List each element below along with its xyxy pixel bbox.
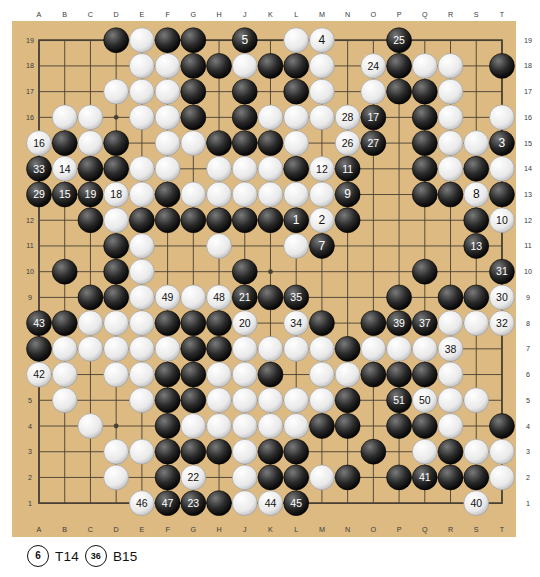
col-label-top: C xyxy=(88,10,93,19)
row-label-left: 18 xyxy=(26,61,34,70)
col-label-top: O xyxy=(371,10,377,19)
stone-B7-white xyxy=(52,336,77,361)
row-label-left: 19 xyxy=(26,36,34,45)
row-label-left: 12 xyxy=(26,216,34,225)
move-number-A8: 43 xyxy=(33,317,45,329)
stone-L19-white xyxy=(284,28,309,53)
stone-B6-white xyxy=(52,362,77,387)
stone-F6-black xyxy=(155,362,180,387)
stone-R15-white xyxy=(438,131,463,156)
stone-F13-black xyxy=(155,182,180,207)
stone-S8-white xyxy=(464,311,489,336)
stone-E17-white xyxy=(129,79,154,104)
stone-K15-black xyxy=(258,131,283,156)
col-label-bottom: L xyxy=(294,525,298,534)
stone-K18-black xyxy=(258,53,283,78)
stone-J2-white xyxy=(232,465,257,490)
stone-R8-white xyxy=(438,311,463,336)
stone-L3-black xyxy=(284,439,309,464)
move-number-N15: 26 xyxy=(342,137,354,149)
stone-H12-black xyxy=(207,208,232,233)
stone-L7-white xyxy=(284,336,309,361)
stone-R2-black xyxy=(438,465,463,490)
stone-E7-white xyxy=(129,336,154,361)
move-number-A14: 33 xyxy=(33,163,45,175)
stone-D14-black xyxy=(104,156,129,181)
move-number-E1: 46 xyxy=(136,497,148,509)
stone-F19-black xyxy=(155,28,180,53)
stone-R4-white xyxy=(438,414,463,439)
stone-F4-black xyxy=(155,414,180,439)
stone-R16-white xyxy=(438,105,463,130)
move-number-Q5: 50 xyxy=(419,394,431,406)
stone-G3-black xyxy=(181,439,206,464)
stone-Q7-white xyxy=(412,336,437,361)
stone-J13-white xyxy=(232,182,257,207)
stone-R17-white xyxy=(438,79,463,104)
stone-E11-white xyxy=(129,234,154,259)
move-number-L12: 1 xyxy=(293,213,300,227)
stone-K16-white xyxy=(258,105,283,130)
row-label-right: 6 xyxy=(526,370,530,379)
move-number-L1: 45 xyxy=(290,497,302,509)
stone-F15-white xyxy=(155,131,180,156)
col-label-bottom: B xyxy=(62,525,67,534)
stone-M6-white xyxy=(309,362,334,387)
stone-G5-black xyxy=(181,388,206,413)
stone-S9-black xyxy=(464,285,489,310)
stone-Q14-black xyxy=(412,156,437,181)
stone-P18-black xyxy=(387,53,412,78)
stone-K2-black xyxy=(258,465,283,490)
go-board[interactable]: AABBCCDDEEFFGGHHJJKKLLMMNNOOPPQQRRSSTT19… xyxy=(0,0,540,577)
stone-M16-white xyxy=(309,105,334,130)
stone-J5-white xyxy=(232,388,257,413)
move-number-T10: 31 xyxy=(496,265,508,277)
row-label-right: 5 xyxy=(526,396,530,405)
stone-G6-black xyxy=(181,362,206,387)
stone-E8-white xyxy=(129,311,154,336)
stone-G8-black xyxy=(181,311,206,336)
stone-N6-white xyxy=(335,362,360,387)
move-number-T8: 32 xyxy=(496,317,508,329)
stone-H4-white xyxy=(207,414,232,439)
stone-G19-black xyxy=(181,28,206,53)
stone-M4-black xyxy=(309,414,334,439)
move-number-P8: 39 xyxy=(393,317,405,329)
stone-L14-black xyxy=(284,156,309,181)
stone-E13-white xyxy=(129,182,154,207)
stone-K13-white xyxy=(258,182,283,207)
stone-G7-black xyxy=(181,336,206,361)
move-number-G1: 23 xyxy=(187,497,199,509)
go-diagram-screen: AABBCCDDEEFFGGHHJJKKLLMMNNOOPPQQRRSSTT19… xyxy=(0,0,540,577)
col-label-top: B xyxy=(62,10,67,19)
move-number-B13: 15 xyxy=(59,188,71,200)
col-label-bottom: S xyxy=(474,525,479,534)
col-label-top: T xyxy=(500,10,505,19)
col-label-top: F xyxy=(165,10,170,19)
stone-M13-white xyxy=(309,182,334,207)
stone-H1-black xyxy=(207,491,232,516)
stone-D12-white xyxy=(104,208,129,233)
col-label-bottom: E xyxy=(139,525,144,534)
move-number-A6: 42 xyxy=(33,368,45,380)
stone-K4-white xyxy=(258,414,283,439)
stone-D17-white xyxy=(104,79,129,104)
row-label-left: 4 xyxy=(28,422,32,431)
row-label-left: 16 xyxy=(26,113,34,122)
col-label-bottom: M xyxy=(319,525,325,534)
stone-J16-black xyxy=(232,105,257,130)
stone-Q3-white xyxy=(412,439,437,464)
row-label-right: 8 xyxy=(526,319,530,328)
move-number-B14: 14 xyxy=(59,163,71,175)
stone-M7-white xyxy=(309,336,334,361)
col-label-bottom: H xyxy=(216,525,221,534)
stone-G9-white xyxy=(181,285,206,310)
stone-L5-white xyxy=(284,388,309,413)
stone-G4-white xyxy=(181,414,206,439)
stone-D11-black xyxy=(104,234,129,259)
stone-H3-black xyxy=(207,439,232,464)
stone-T18-black xyxy=(490,53,515,78)
row-label-right: 18 xyxy=(524,61,532,70)
row-label-right: 10 xyxy=(524,267,532,276)
stone-J17-black xyxy=(232,79,257,104)
col-label-top: K xyxy=(268,10,273,19)
move-number-M12: 2 xyxy=(319,213,326,227)
stone-E16-white xyxy=(129,105,154,130)
stone-F17-white xyxy=(155,79,180,104)
star-point-D16 xyxy=(114,115,119,120)
stone-C7-white xyxy=(78,336,103,361)
stone-F2-black xyxy=(155,465,180,490)
stone-T3-white xyxy=(490,439,515,464)
row-label-left: 9 xyxy=(28,293,32,302)
move-number-M14: 12 xyxy=(316,163,328,175)
stone-K9-black xyxy=(258,285,283,310)
stone-K3-black xyxy=(258,439,283,464)
col-label-bottom: K xyxy=(268,525,273,534)
col-label-bottom: T xyxy=(500,525,505,534)
stone-F16-white xyxy=(155,105,180,130)
col-label-top: L xyxy=(294,10,298,19)
stone-D15-black xyxy=(104,131,129,156)
stone-T4-black xyxy=(490,414,515,439)
col-label-top: J xyxy=(243,10,247,19)
move-number-O18: 24 xyxy=(368,60,380,72)
stone-M17-white xyxy=(309,79,334,104)
stone-D10-black xyxy=(104,259,129,284)
stone-C15-white xyxy=(78,131,103,156)
move-number-N14: 11 xyxy=(342,163,353,175)
move-number-S13: 8 xyxy=(473,187,480,201)
stone-Q18-white xyxy=(412,53,437,78)
row-label-right: 13 xyxy=(524,190,532,199)
stone-L4-white xyxy=(284,414,309,439)
row-label-right: 17 xyxy=(524,87,532,96)
col-label-bottom: P xyxy=(397,525,402,534)
stone-B15-black xyxy=(52,131,77,156)
row-label-right: 14 xyxy=(524,164,532,173)
stone-F3-black xyxy=(155,439,180,464)
stone-H11-white xyxy=(207,234,232,259)
stone-E9-white xyxy=(129,285,154,310)
stone-L2-black xyxy=(284,465,309,490)
row-label-right: 4 xyxy=(526,422,530,431)
stone-L11-white xyxy=(284,234,309,259)
col-label-bottom: F xyxy=(165,525,170,534)
stone-H18-black xyxy=(207,53,232,78)
stone-H6-white xyxy=(207,362,232,387)
stone-G16-black xyxy=(181,105,206,130)
stone-F5-black xyxy=(155,388,180,413)
stone-E14-white xyxy=(129,156,154,181)
move-number-A15: 16 xyxy=(33,137,45,149)
col-label-bottom: C xyxy=(88,525,93,534)
stone-R5-white xyxy=(438,388,463,413)
col-label-top: H xyxy=(216,10,221,19)
stone-R13-black xyxy=(438,182,463,207)
stone-J18-white xyxy=(232,53,257,78)
caption-stone-36: 36 xyxy=(85,545,107,567)
stone-J1-white xyxy=(232,491,257,516)
row-label-right: 15 xyxy=(524,139,532,148)
row-label-left: 17 xyxy=(26,87,34,96)
move-caption: 6T1436B15 xyxy=(27,542,138,570)
move-number-M19: 4 xyxy=(319,33,326,47)
move-number-J9: 21 xyxy=(239,291,251,303)
stone-K12-black xyxy=(258,208,283,233)
row-label-left: 2 xyxy=(28,473,32,482)
move-number-H9: 48 xyxy=(213,291,225,303)
stone-R9-black xyxy=(438,285,463,310)
stone-S15-white xyxy=(464,131,489,156)
row-label-right: 1 xyxy=(526,499,530,508)
row-label-left: 11 xyxy=(26,241,33,250)
stone-G13-white xyxy=(181,182,206,207)
move-number-O15: 27 xyxy=(368,137,380,149)
col-label-bottom: O xyxy=(371,525,377,534)
row-label-right: 11 xyxy=(524,241,531,250)
stone-B8-black xyxy=(52,311,77,336)
col-label-top: S xyxy=(474,10,479,19)
stone-D19-black xyxy=(104,28,129,53)
row-label-left: 1 xyxy=(28,499,32,508)
move-number-A13: 29 xyxy=(33,188,45,200)
stone-S5-white xyxy=(464,388,489,413)
stone-Q17-black xyxy=(412,79,437,104)
stone-N4-black xyxy=(335,414,360,439)
move-number-S1: 40 xyxy=(470,497,482,509)
star-point-D4 xyxy=(114,424,119,429)
row-label-right: 7 xyxy=(526,344,530,353)
stone-L13-white xyxy=(284,182,309,207)
col-label-top: R xyxy=(448,10,453,19)
move-number-O16: 17 xyxy=(368,111,380,123)
col-label-top: P xyxy=(397,10,402,19)
move-number-Q8: 37 xyxy=(419,317,431,329)
stone-D3-white xyxy=(104,439,129,464)
col-label-bottom: J xyxy=(243,525,247,534)
row-label-left: 10 xyxy=(26,267,34,276)
stone-K7-white xyxy=(258,336,283,361)
stone-Q13-black xyxy=(412,182,437,207)
stone-G12-black xyxy=(181,208,206,233)
stone-Q6-black xyxy=(412,362,437,387)
move-number-P19: 25 xyxy=(393,34,405,46)
stone-N2-black xyxy=(335,465,360,490)
stone-T14-white xyxy=(490,156,515,181)
stone-O6-black xyxy=(361,362,386,387)
move-number-P5: 51 xyxy=(393,394,405,406)
stone-M2-white xyxy=(309,465,334,490)
stone-N7-black xyxy=(335,336,360,361)
move-number-C13: 19 xyxy=(85,188,97,200)
stone-C9-black xyxy=(78,285,103,310)
stone-B16-white xyxy=(52,105,77,130)
col-label-bottom: Q xyxy=(422,525,428,534)
move-number-F9: 49 xyxy=(162,291,174,303)
stone-B5-white xyxy=(52,388,77,413)
stone-M5-white xyxy=(309,388,334,413)
stone-G17-black xyxy=(181,79,206,104)
stone-E10-white xyxy=(129,259,154,284)
stone-S2-black xyxy=(464,465,489,490)
stone-J4-white xyxy=(232,414,257,439)
stone-R18-white xyxy=(438,53,463,78)
stone-C4-white xyxy=(78,414,103,439)
stone-F18-white xyxy=(155,53,180,78)
stone-H14-white xyxy=(207,156,232,181)
stone-P6-black xyxy=(387,362,412,387)
stone-T16-white xyxy=(490,105,515,130)
stone-P17-black xyxy=(387,79,412,104)
stone-R14-white xyxy=(438,156,463,181)
row-label-right: 19 xyxy=(524,36,532,45)
stone-D8-white xyxy=(104,311,129,336)
stone-A7-black xyxy=(27,336,52,361)
stone-J6-white xyxy=(232,362,257,387)
stone-C16-white xyxy=(78,105,103,130)
row-label-right: 12 xyxy=(524,216,532,225)
move-number-M11: 7 xyxy=(319,239,326,253)
stone-L15-white xyxy=(284,131,309,156)
stone-S12-black xyxy=(464,208,489,233)
stone-Q16-black xyxy=(412,105,437,130)
move-number-N16: 28 xyxy=(342,111,354,123)
stone-E5-white xyxy=(129,388,154,413)
stone-F7-white xyxy=(155,336,180,361)
col-label-top: D xyxy=(114,10,119,19)
col-label-bottom: N xyxy=(345,525,350,534)
move-number-D13: 18 xyxy=(110,188,122,200)
stone-J10-black xyxy=(232,259,257,284)
stone-P4-black xyxy=(387,414,412,439)
stone-H15-black xyxy=(207,131,232,156)
stone-L17-black xyxy=(284,79,309,104)
stone-J14-white xyxy=(232,156,257,181)
move-number-L9: 35 xyxy=(290,291,302,303)
stone-T2-white xyxy=(490,465,515,490)
stone-M8-black xyxy=(309,311,334,336)
move-number-G2: 22 xyxy=(187,471,199,483)
stone-C12-black xyxy=(78,208,103,233)
row-label-right: 2 xyxy=(526,473,530,482)
caption-stone-6: 6 xyxy=(27,545,49,567)
caption-point-T14: T14 xyxy=(55,549,79,564)
stone-P2-black xyxy=(387,465,412,490)
col-label-top: N xyxy=(345,10,350,19)
stone-D9-black xyxy=(104,285,129,310)
stone-E6-white xyxy=(129,362,154,387)
stone-R6-white xyxy=(438,362,463,387)
stone-O17-white xyxy=(361,79,386,104)
stone-O3-black xyxy=(361,439,386,464)
move-number-J8: 20 xyxy=(239,317,251,329)
col-label-top: M xyxy=(319,10,325,19)
row-label-right: 3 xyxy=(526,447,530,456)
col-label-top: G xyxy=(191,10,197,19)
stone-G18-black xyxy=(181,53,206,78)
stone-T13-black xyxy=(490,182,515,207)
stone-O8-black xyxy=(361,311,386,336)
move-number-F1: 47 xyxy=(162,497,174,509)
move-number-S11: 13 xyxy=(470,240,482,252)
stone-C8-white xyxy=(78,311,103,336)
move-number-K1: 44 xyxy=(265,497,277,509)
stone-K14-white xyxy=(258,156,283,181)
stone-H7-black xyxy=(207,336,232,361)
stone-E3-white xyxy=(129,439,154,464)
col-label-top: Q xyxy=(422,10,428,19)
row-label-right: 9 xyxy=(526,293,530,302)
row-label-right: 16 xyxy=(524,113,532,122)
col-label-bottom: R xyxy=(448,525,453,534)
stone-P9-black xyxy=(387,285,412,310)
stone-J15-black xyxy=(232,131,257,156)
move-number-T15: 3 xyxy=(499,136,506,150)
col-label-bottom: A xyxy=(37,525,42,534)
stone-H13-white xyxy=(207,182,232,207)
stone-D6-white xyxy=(104,362,129,387)
stone-J7-white xyxy=(232,336,257,361)
col-label-bottom: D xyxy=(114,525,119,534)
stone-Q15-black xyxy=(412,131,437,156)
stone-E18-white xyxy=(129,53,154,78)
stone-L18-black xyxy=(284,53,309,78)
stone-K6-black xyxy=(258,362,283,387)
stone-N12-black xyxy=(335,208,360,233)
stone-N5-black xyxy=(335,388,360,413)
stone-C14-black xyxy=(78,156,103,181)
move-number-T9: 30 xyxy=(496,291,508,303)
stone-J3-white xyxy=(232,439,257,464)
move-number-L8: 34 xyxy=(290,317,302,329)
stone-S14-black xyxy=(464,156,489,181)
caption-point-B15: B15 xyxy=(113,549,138,564)
go-board-surface[interactable]: AABBCCDDEEFFGGHHJJKKLLMMNNOOPPQQRRSSTT19… xyxy=(0,0,540,577)
stone-M18-white xyxy=(309,53,334,78)
stone-F8-black xyxy=(155,311,180,336)
row-label-left: 3 xyxy=(28,447,32,456)
stone-O7-white xyxy=(361,336,386,361)
move-number-N13: 9 xyxy=(344,187,351,201)
move-number-J19: 5 xyxy=(241,33,248,47)
stone-B10-black xyxy=(52,259,77,284)
stone-E12-black xyxy=(129,208,154,233)
